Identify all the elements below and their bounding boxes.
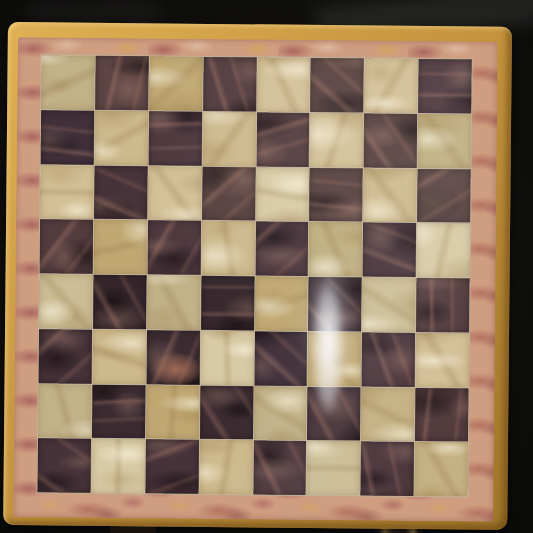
square-c5[interactable] — [147, 221, 200, 275]
square-d1[interactable] — [199, 440, 252, 494]
square-c3[interactable] — [146, 330, 199, 384]
square-h6[interactable] — [417, 168, 470, 222]
square-a4[interactable] — [39, 274, 92, 328]
square-a6[interactable] — [40, 165, 93, 219]
square-c8[interactable] — [149, 56, 202, 110]
square-f4[interactable] — [308, 277, 361, 331]
board-grid — [37, 55, 471, 496]
square-c2[interactable] — [146, 385, 199, 439]
square-e7[interactable] — [256, 112, 309, 166]
square-c6[interactable] — [148, 166, 201, 220]
square-d7[interactable] — [202, 112, 255, 166]
square-g4[interactable] — [362, 277, 415, 331]
square-c1[interactable] — [145, 440, 198, 494]
square-g3[interactable] — [362, 332, 415, 386]
square-g8[interactable] — [364, 58, 417, 112]
square-d2[interactable] — [200, 385, 253, 439]
square-a3[interactable] — [39, 329, 92, 383]
chess-board — [3, 22, 512, 530]
square-e2[interactable] — [254, 386, 307, 440]
square-f1[interactable] — [307, 441, 360, 495]
square-e3[interactable] — [254, 331, 307, 385]
square-d6[interactable] — [202, 166, 255, 220]
square-g6[interactable] — [363, 168, 416, 222]
square-a2[interactable] — [38, 384, 91, 438]
square-f5[interactable] — [309, 222, 362, 276]
square-e4[interactable] — [255, 276, 308, 330]
square-a5[interactable] — [40, 220, 93, 274]
square-g1[interactable] — [361, 442, 414, 496]
square-e1[interactable] — [253, 441, 306, 495]
square-d8[interactable] — [203, 57, 256, 111]
square-h5[interactable] — [417, 223, 470, 277]
square-g5[interactable] — [363, 223, 416, 277]
square-b2[interactable] — [92, 384, 145, 438]
square-g2[interactable] — [361, 387, 414, 441]
square-a7[interactable] — [41, 110, 94, 164]
background-shadow-top-left — [28, 2, 158, 22]
photo — [0, 0, 533, 533]
square-g7[interactable] — [364, 113, 417, 167]
square-b7[interactable] — [95, 111, 148, 165]
square-h1[interactable] — [415, 442, 468, 496]
square-d3[interactable] — [200, 331, 253, 385]
square-d4[interactable] — [201, 276, 254, 330]
square-b1[interactable] — [91, 439, 144, 493]
square-b8[interactable] — [95, 56, 148, 110]
square-f8[interactable] — [311, 58, 364, 112]
square-d5[interactable] — [201, 221, 254, 275]
square-h4[interactable] — [416, 278, 469, 332]
square-h8[interactable] — [418, 59, 471, 113]
square-e6[interactable] — [256, 167, 309, 221]
square-e5[interactable] — [255, 222, 308, 276]
square-f6[interactable] — [309, 167, 362, 221]
square-b6[interactable] — [94, 165, 147, 219]
square-b4[interactable] — [93, 275, 146, 329]
square-b5[interactable] — [93, 220, 146, 274]
square-b3[interactable] — [92, 330, 145, 384]
square-a1[interactable] — [37, 439, 90, 493]
square-c7[interactable] — [148, 111, 201, 165]
square-c4[interactable] — [147, 275, 200, 329]
square-f3[interactable] — [308, 332, 361, 386]
square-h2[interactable] — [415, 387, 468, 441]
square-f2[interactable] — [307, 386, 360, 440]
square-e8[interactable] — [257, 57, 310, 111]
square-h7[interactable] — [418, 114, 471, 168]
square-a8[interactable] — [41, 55, 94, 109]
square-f7[interactable] — [310, 113, 363, 167]
square-h3[interactable] — [416, 333, 469, 387]
